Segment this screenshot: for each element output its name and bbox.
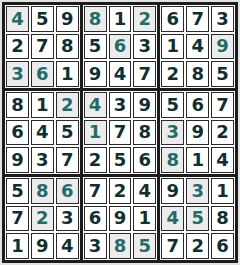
cell-r3c3[interactable]: 1 — [56, 61, 79, 87]
cell-r7c6[interactable]: 4 — [133, 178, 156, 204]
cell-r6c9[interactable]: 4 — [211, 147, 234, 173]
cell-r7c9[interactable]: 1 — [211, 178, 234, 204]
cell-r8c2[interactable]: 2 — [31, 206, 54, 232]
cell-r9c6[interactable]: 5 — [133, 233, 156, 259]
cell-r6c1[interactable]: 9 — [6, 147, 29, 173]
cell-r5c4[interactable]: 1 — [84, 120, 107, 146]
cell-r4c9[interactable]: 7 — [211, 92, 234, 118]
cell-r9c1[interactable]: 1 — [6, 233, 29, 259]
cell-r5c9[interactable]: 2 — [211, 120, 234, 146]
box-3-3: 931458726 — [160, 177, 235, 260]
cell-r4c6[interactable]: 9 — [133, 92, 156, 118]
cell-r1c7[interactable]: 6 — [161, 6, 184, 32]
cell-r2c4[interactable]: 5 — [84, 34, 107, 60]
cell-r2c5[interactable]: 6 — [109, 34, 132, 60]
cell-r9c7[interactable]: 7 — [161, 233, 184, 259]
box-1-1: 459278361 — [5, 5, 80, 88]
cell-r1c8[interactable]: 7 — [186, 6, 209, 32]
cell-r1c4[interactable]: 8 — [84, 6, 107, 32]
cell-r2c2[interactable]: 7 — [31, 34, 54, 60]
cell-r5c7[interactable]: 3 — [161, 120, 184, 146]
cell-r2c3[interactable]: 8 — [56, 34, 79, 60]
cell-r7c1[interactable]: 5 — [6, 178, 29, 204]
cell-r8c8[interactable]: 5 — [186, 206, 209, 232]
cell-r1c9[interactable]: 3 — [211, 6, 234, 32]
cell-r4c2[interactable]: 1 — [31, 92, 54, 118]
cell-r8c4[interactable]: 6 — [84, 206, 107, 232]
cell-r3c9[interactable]: 5 — [211, 61, 234, 87]
cell-r4c8[interactable]: 6 — [186, 92, 209, 118]
cell-r9c8[interactable]: 2 — [186, 233, 209, 259]
cell-r9c2[interactable]: 9 — [31, 233, 54, 259]
cell-r1c6[interactable]: 2 — [133, 6, 156, 32]
cell-r1c5[interactable]: 1 — [109, 6, 132, 32]
cell-r9c5[interactable]: 8 — [109, 233, 132, 259]
cell-r7c8[interactable]: 3 — [186, 178, 209, 204]
box-1-2: 812563947 — [83, 5, 158, 88]
cell-r1c3[interactable]: 9 — [56, 6, 79, 32]
cell-r4c5[interactable]: 3 — [109, 92, 132, 118]
cell-r8c5[interactable]: 9 — [109, 206, 132, 232]
cell-r4c3[interactable]: 2 — [56, 92, 79, 118]
cell-r2c7[interactable]: 1 — [161, 34, 184, 60]
box-2-3: 567392814 — [160, 91, 235, 174]
sudoku-board: 4592783618125639476731492858126459374391… — [2, 2, 238, 263]
cell-r8c7[interactable]: 4 — [161, 206, 184, 232]
cell-r5c1[interactable]: 6 — [6, 120, 29, 146]
cell-r3c5[interactable]: 4 — [109, 61, 132, 87]
cell-r6c8[interactable]: 1 — [186, 147, 209, 173]
cell-r5c6[interactable]: 8 — [133, 120, 156, 146]
cell-r2c9[interactable]: 9 — [211, 34, 234, 60]
cell-r3c2[interactable]: 6 — [31, 61, 54, 87]
box-1-3: 673149285 — [160, 5, 235, 88]
cell-r7c3[interactable]: 6 — [56, 178, 79, 204]
cell-r4c1[interactable]: 8 — [6, 92, 29, 118]
cell-r3c4[interactable]: 9 — [84, 61, 107, 87]
cell-r5c3[interactable]: 5 — [56, 120, 79, 146]
cell-r2c6[interactable]: 3 — [133, 34, 156, 60]
cell-r2c1[interactable]: 2 — [6, 34, 29, 60]
sudoku-page: 4592783618125639476731492858126459374391… — [0, 0, 240, 265]
cell-r8c6[interactable]: 1 — [133, 206, 156, 232]
cell-r3c1[interactable]: 3 — [6, 61, 29, 87]
cell-r6c6[interactable]: 6 — [133, 147, 156, 173]
cell-r3c8[interactable]: 8 — [186, 61, 209, 87]
cell-r3c6[interactable]: 7 — [133, 61, 156, 87]
cell-r7c5[interactable]: 2 — [109, 178, 132, 204]
cell-r6c4[interactable]: 2 — [84, 147, 107, 173]
cell-r4c7[interactable]: 5 — [161, 92, 184, 118]
box-3-1: 586723194 — [5, 177, 80, 260]
cell-r8c3[interactable]: 3 — [56, 206, 79, 232]
cell-r5c8[interactable]: 9 — [186, 120, 209, 146]
cell-r5c5[interactable]: 7 — [109, 120, 132, 146]
cell-r9c4[interactable]: 3 — [84, 233, 107, 259]
cell-r4c4[interactable]: 4 — [84, 92, 107, 118]
box-2-2: 439178256 — [83, 91, 158, 174]
cell-r3c7[interactable]: 2 — [161, 61, 184, 87]
cell-r7c7[interactable]: 9 — [161, 178, 184, 204]
box-3-2: 724691385 — [83, 177, 158, 260]
cell-r6c3[interactable]: 7 — [56, 147, 79, 173]
cell-r6c2[interactable]: 3 — [31, 147, 54, 173]
cell-r7c2[interactable]: 8 — [31, 178, 54, 204]
cell-r2c8[interactable]: 4 — [186, 34, 209, 60]
cell-r9c3[interactable]: 4 — [56, 233, 79, 259]
cell-r8c1[interactable]: 7 — [6, 206, 29, 232]
cell-r1c2[interactable]: 5 — [31, 6, 54, 32]
cell-r7c4[interactable]: 7 — [84, 178, 107, 204]
cell-r8c9[interactable]: 8 — [211, 206, 234, 232]
cell-r6c7[interactable]: 8 — [161, 147, 184, 173]
cell-r1c1[interactable]: 4 — [6, 6, 29, 32]
cell-r6c5[interactable]: 5 — [109, 147, 132, 173]
box-2-1: 812645937 — [5, 91, 80, 174]
cell-r9c9[interactable]: 6 — [211, 233, 234, 259]
cell-r5c2[interactable]: 4 — [31, 120, 54, 146]
